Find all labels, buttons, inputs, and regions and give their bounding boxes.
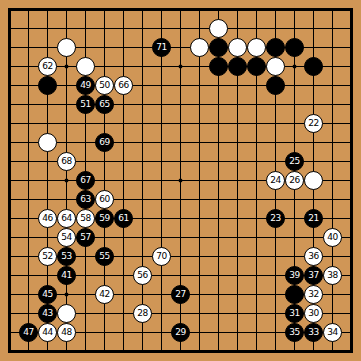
move-number: 31 [289, 309, 299, 318]
black-stone-move-67: 67 [76, 171, 95, 190]
move-number: 53 [61, 252, 71, 261]
move-number: 66 [118, 81, 128, 90]
move-number: 49 [80, 81, 90, 90]
move-number: 60 [99, 195, 109, 204]
move-number: 43 [42, 309, 52, 318]
move-number: 32 [308, 290, 318, 299]
move-number: 34 [327, 328, 337, 337]
white-stone-move-46: 46 [38, 209, 57, 228]
move-number: 42 [99, 290, 109, 299]
black-stone [266, 76, 285, 95]
move-number: 70 [156, 252, 166, 261]
white-stone [76, 57, 95, 76]
black-stone [38, 76, 57, 95]
white-stone-move-24: 24 [266, 171, 285, 190]
white-stone-move-68: 68 [57, 152, 76, 171]
black-stone [304, 57, 323, 76]
black-stone [209, 38, 228, 57]
move-number: 29 [175, 328, 185, 337]
move-number: 64 [61, 214, 71, 223]
white-stone-move-70: 70 [152, 247, 171, 266]
move-number: 48 [61, 328, 71, 337]
move-number: 33 [308, 328, 318, 337]
white-stone [228, 38, 247, 57]
white-stone-move-52: 52 [38, 247, 57, 266]
black-stone-move-23: 23 [266, 209, 285, 228]
move-number: 46 [42, 214, 52, 223]
white-stone [209, 19, 228, 38]
move-number: 27 [175, 290, 185, 299]
black-stone-move-61: 61 [114, 209, 133, 228]
move-number: 59 [99, 214, 109, 223]
black-stone-move-47: 47 [19, 323, 38, 342]
white-stone-move-48: 48 [57, 323, 76, 342]
white-stone-move-60: 60 [95, 190, 114, 209]
white-stone-move-56: 56 [133, 266, 152, 285]
black-stone-move-45: 45 [38, 285, 57, 304]
move-number: 47 [23, 328, 33, 337]
white-stone [266, 57, 285, 76]
move-number: 24 [270, 176, 280, 185]
move-number: 37 [308, 271, 318, 280]
white-stone-move-62: 62 [38, 57, 57, 76]
move-number: 61 [118, 214, 128, 223]
white-stone-move-44: 44 [38, 323, 57, 342]
black-stone-move-25: 25 [285, 152, 304, 171]
move-number: 71 [156, 43, 166, 52]
white-stone [38, 133, 57, 152]
move-number: 23 [270, 214, 280, 223]
black-stone [209, 57, 228, 76]
white-stone-move-34: 34 [323, 323, 342, 342]
move-number: 39 [289, 271, 299, 280]
black-stone-move-49: 49 [76, 76, 95, 95]
white-stone [57, 38, 76, 57]
black-stone-move-31: 31 [285, 304, 304, 323]
black-stone [285, 285, 304, 304]
move-number: 40 [327, 233, 337, 242]
move-number: 41 [61, 271, 71, 280]
white-stone [304, 171, 323, 190]
white-stone-move-64: 64 [57, 209, 76, 228]
move-number: 38 [327, 271, 337, 280]
white-stone-move-26: 26 [285, 171, 304, 190]
white-stone-move-22: 22 [304, 114, 323, 133]
black-stone-move-69: 69 [95, 133, 114, 152]
black-stone-move-51: 51 [76, 95, 95, 114]
black-stone-move-65: 65 [95, 95, 114, 114]
black-stone-move-59: 59 [95, 209, 114, 228]
white-stone-move-32: 32 [304, 285, 323, 304]
black-stone-move-41: 41 [57, 266, 76, 285]
white-stone-move-30: 30 [304, 304, 323, 323]
move-number: 50 [99, 81, 109, 90]
white-stone-move-36: 36 [304, 247, 323, 266]
white-stone-move-58: 58 [76, 209, 95, 228]
move-number: 35 [289, 328, 299, 337]
black-stone-move-33: 33 [304, 323, 323, 342]
move-number: 44 [42, 328, 52, 337]
move-number: 52 [42, 252, 52, 261]
black-stone-move-39: 39 [285, 266, 304, 285]
white-stone-move-28: 28 [133, 304, 152, 323]
black-stone-move-37: 37 [304, 266, 323, 285]
black-stone-move-43: 43 [38, 304, 57, 323]
black-stone-move-55: 55 [95, 247, 114, 266]
move-number: 68 [61, 157, 71, 166]
white-stone-move-42: 42 [95, 285, 114, 304]
black-stone-move-53: 53 [57, 247, 76, 266]
black-stone-move-29: 29 [171, 323, 190, 342]
white-stone [57, 304, 76, 323]
black-stone [228, 57, 247, 76]
black-stone [266, 38, 285, 57]
black-stone-move-35: 35 [285, 323, 304, 342]
move-number: 54 [61, 233, 71, 242]
white-stone [247, 38, 266, 57]
move-number: 25 [289, 157, 299, 166]
move-number: 69 [99, 138, 109, 147]
move-number: 51 [80, 100, 90, 109]
black-stone-move-57: 57 [76, 228, 95, 247]
black-stone-move-63: 63 [76, 190, 95, 209]
black-stone [247, 57, 266, 76]
move-number: 62 [42, 62, 52, 71]
stones-layer: 7162495066516522696825672426636046645859… [0, 0, 361, 361]
move-number: 36 [308, 252, 318, 261]
black-stone-move-27: 27 [171, 285, 190, 304]
black-stone [285, 38, 304, 57]
white-stone-move-38: 38 [323, 266, 342, 285]
move-number: 28 [137, 309, 147, 318]
white-stone-move-40: 40 [323, 228, 342, 247]
black-stone-move-71: 71 [152, 38, 171, 57]
white-stone-move-66: 66 [114, 76, 133, 95]
move-number: 56 [137, 271, 147, 280]
move-number: 58 [80, 214, 90, 223]
white-stone-move-50: 50 [95, 76, 114, 95]
move-number: 45 [42, 290, 52, 299]
move-number: 57 [80, 233, 90, 242]
move-number: 63 [80, 195, 90, 204]
white-stone [190, 38, 209, 57]
white-stone-move-54: 54 [57, 228, 76, 247]
black-stone-move-21: 21 [304, 209, 323, 228]
move-number: 26 [289, 176, 299, 185]
move-number: 65 [99, 100, 109, 109]
move-number: 55 [99, 252, 109, 261]
move-number: 22 [308, 119, 318, 128]
move-number: 67 [80, 176, 90, 185]
move-number: 21 [308, 214, 318, 223]
move-number: 30 [308, 309, 318, 318]
go-board[interactable]: 7162495066516522696825672426636046645859… [0, 0, 361, 361]
